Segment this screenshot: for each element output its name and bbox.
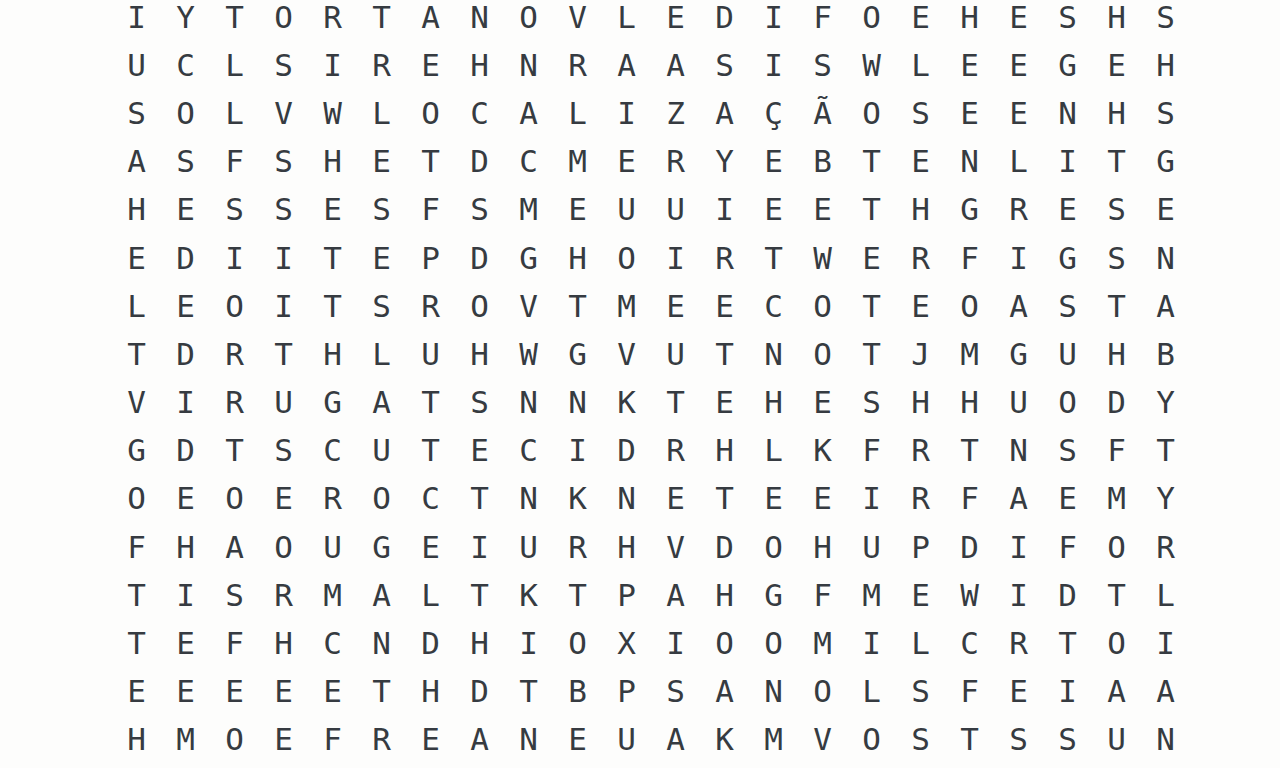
grid-cell[interactable]: O — [749, 523, 798, 571]
grid-cell[interactable]: E — [112, 234, 161, 282]
grid-cell[interactable]: B — [1141, 330, 1190, 378]
grid-cell[interactable]: S — [259, 41, 308, 89]
grid-cell[interactable]: S — [210, 186, 259, 234]
grid-cell[interactable]: N — [504, 716, 553, 764]
grid-cell[interactable]: A — [994, 282, 1043, 330]
grid-cell[interactable]: H — [1092, 330, 1141, 378]
grid-cell[interactable]: H — [896, 379, 945, 427]
grid-cell[interactable]: O — [1092, 523, 1141, 571]
grid-cell[interactable]: U — [602, 716, 651, 764]
grid-cell[interactable]: D — [455, 668, 504, 716]
grid-cell[interactable]: A — [1141, 668, 1190, 716]
grid-cell[interactable]: R — [994, 619, 1043, 667]
grid-cell[interactable]: T — [308, 282, 357, 330]
grid-cell[interactable]: H — [455, 41, 504, 89]
grid-cell[interactable]: D — [945, 523, 994, 571]
grid-cell[interactable]: S — [700, 41, 749, 89]
grid-cell[interactable]: O — [210, 716, 259, 764]
grid-cell[interactable]: E — [945, 89, 994, 137]
grid-cell[interactable]: D — [1043, 571, 1092, 619]
grid-cell[interactable]: D — [700, 523, 749, 571]
grid-cell[interactable]: N — [357, 619, 406, 667]
grid-cell[interactable]: E — [1141, 186, 1190, 234]
grid-cell[interactable]: S — [1043, 427, 1092, 475]
grid-cell[interactable]: E — [161, 282, 210, 330]
grid-cell[interactable]: G — [749, 571, 798, 619]
grid-cell[interactable]: A — [406, 0, 455, 41]
grid-cell[interactable]: T — [357, 668, 406, 716]
grid-cell[interactable]: G — [1141, 138, 1190, 186]
grid-cell[interactable]: N — [945, 138, 994, 186]
grid-cell[interactable]: L — [602, 0, 651, 41]
grid-cell[interactable]: T — [749, 234, 798, 282]
grid-cell[interactable]: S — [994, 716, 1043, 764]
grid-cell[interactable]: F — [406, 186, 455, 234]
grid-cell[interactable]: N — [602, 475, 651, 523]
grid-cell[interactable]: E — [749, 138, 798, 186]
grid-cell[interactable]: W — [798, 234, 847, 282]
grid-cell[interactable]: R — [994, 186, 1043, 234]
grid-cell[interactable]: L — [749, 427, 798, 475]
grid-cell[interactable]: S — [455, 379, 504, 427]
grid-cell[interactable]: F — [1043, 523, 1092, 571]
grid-cell[interactable]: U — [504, 523, 553, 571]
grid-cell[interactable]: H — [602, 523, 651, 571]
grid-cell[interactable]: E — [1043, 475, 1092, 523]
grid-cell[interactable]: I — [1043, 668, 1092, 716]
grid-cell[interactable]: O — [259, 0, 308, 41]
grid-cell[interactable]: O — [847, 716, 896, 764]
grid-cell[interactable]: T — [847, 138, 896, 186]
grid-cell[interactable]: G — [945, 186, 994, 234]
grid-cell[interactable]: I — [994, 523, 1043, 571]
grid-cell[interactable]: R — [700, 234, 749, 282]
grid-cell[interactable]: D — [1092, 379, 1141, 427]
grid-cell[interactable]: S — [1043, 716, 1092, 764]
grid-cell[interactable]: T — [406, 427, 455, 475]
grid-cell[interactable]: O — [945, 282, 994, 330]
grid-cell[interactable]: I — [259, 282, 308, 330]
grid-cell[interactable]: E — [112, 668, 161, 716]
grid-cell[interactable]: F — [112, 523, 161, 571]
grid-cell[interactable]: S — [455, 186, 504, 234]
grid-cell[interactable]: H — [798, 523, 847, 571]
grid-cell[interactable]: L — [112, 282, 161, 330]
grid-cell[interactable]: A — [210, 523, 259, 571]
grid-cell[interactable]: N — [504, 475, 553, 523]
grid-cell[interactable]: C — [308, 619, 357, 667]
grid-cell[interactable]: R — [651, 427, 700, 475]
grid-cell[interactable]: S — [1092, 186, 1141, 234]
grid-cell[interactable]: S — [161, 138, 210, 186]
grid-cell[interactable]: T — [847, 186, 896, 234]
grid-cell[interactable]: E — [455, 427, 504, 475]
grid-cell[interactable]: S — [896, 668, 945, 716]
grid-cell[interactable]: S — [259, 427, 308, 475]
grid-cell[interactable]: S — [1043, 282, 1092, 330]
grid-cell[interactable]: T — [308, 234, 357, 282]
grid-cell[interactable]: Y — [161, 0, 210, 41]
grid-cell[interactable]: E — [651, 282, 700, 330]
grid-cell[interactable]: M — [308, 571, 357, 619]
grid-cell[interactable]: L — [896, 41, 945, 89]
grid-cell[interactable]: V — [504, 282, 553, 330]
grid-cell[interactable]: Y — [1141, 379, 1190, 427]
grid-cell[interactable]: R — [308, 0, 357, 41]
grid-cell[interactable]: U — [847, 523, 896, 571]
grid-cell[interactable]: O — [847, 89, 896, 137]
grid-cell[interactable]: S — [357, 282, 406, 330]
grid-cell[interactable]: G — [1043, 234, 1092, 282]
grid-cell[interactable]: G — [1043, 41, 1092, 89]
grid-cell[interactable]: I — [847, 475, 896, 523]
grid-cell[interactable]: M — [553, 138, 602, 186]
grid-cell[interactable]: O — [798, 282, 847, 330]
grid-cell[interactable]: I — [210, 234, 259, 282]
grid-cell[interactable]: V — [798, 716, 847, 764]
grid-cell[interactable]: T — [357, 0, 406, 41]
grid-cell[interactable]: C — [945, 619, 994, 667]
grid-cell[interactable]: E — [700, 282, 749, 330]
grid-cell[interactable]: E — [994, 668, 1043, 716]
grid-cell[interactable]: O — [504, 0, 553, 41]
grid-cell[interactable]: F — [210, 138, 259, 186]
grid-cell[interactable]: T — [406, 379, 455, 427]
grid-cell[interactable]: M — [945, 330, 994, 378]
grid-cell[interactable]: W — [504, 330, 553, 378]
grid-cell[interactable]: S — [847, 379, 896, 427]
grid-cell[interactable]: D — [700, 0, 749, 41]
grid-cell[interactable]: X — [602, 619, 651, 667]
grid-cell[interactable]: A — [994, 475, 1043, 523]
grid-cell[interactable]: I — [994, 571, 1043, 619]
grid-cell[interactable]: G — [504, 234, 553, 282]
grid-cell[interactable]: E — [798, 379, 847, 427]
grid-cell[interactable]: E — [749, 186, 798, 234]
grid-cell[interactable]: R — [896, 475, 945, 523]
grid-cell[interactable]: O — [455, 282, 504, 330]
grid-cell[interactable]: E — [994, 0, 1043, 41]
grid-cell[interactable]: T — [406, 138, 455, 186]
grid-cell[interactable]: L — [896, 619, 945, 667]
grid-cell[interactable]: T — [847, 282, 896, 330]
grid-cell[interactable]: E — [259, 668, 308, 716]
grid-cell[interactable]: T — [259, 330, 308, 378]
grid-cell[interactable]: E — [896, 138, 945, 186]
grid-cell[interactable]: R — [896, 234, 945, 282]
grid-cell[interactable]: T — [553, 571, 602, 619]
grid-cell[interactable]: T — [455, 571, 504, 619]
grid-cell[interactable]: T — [112, 571, 161, 619]
grid-cell[interactable]: O — [1043, 379, 1092, 427]
grid-cell[interactable]: M — [798, 619, 847, 667]
grid-cell[interactable]: S — [896, 89, 945, 137]
grid-cell[interactable]: T — [1092, 571, 1141, 619]
grid-cell[interactable]: R — [1141, 523, 1190, 571]
grid-cell[interactable]: E — [406, 716, 455, 764]
grid-cell[interactable]: H — [1092, 0, 1141, 41]
grid-cell[interactable]: M — [504, 186, 553, 234]
grid-cell[interactable]: O — [259, 523, 308, 571]
grid-cell[interactable]: N — [504, 41, 553, 89]
grid-cell[interactable]: O — [847, 0, 896, 41]
grid-cell[interactable]: E — [406, 523, 455, 571]
grid-cell[interactable]: H — [553, 234, 602, 282]
grid-cell[interactable]: U — [651, 330, 700, 378]
grid-cell[interactable]: Ã — [798, 89, 847, 137]
grid-cell[interactable]: R — [896, 427, 945, 475]
grid-cell[interactable]: U — [1043, 330, 1092, 378]
grid-cell[interactable]: S — [259, 186, 308, 234]
grid-cell[interactable]: E — [553, 716, 602, 764]
grid-cell[interactable]: T — [1043, 619, 1092, 667]
grid-cell[interactable]: E — [308, 668, 357, 716]
grid-cell[interactable]: H — [455, 619, 504, 667]
grid-cell[interactable]: E — [259, 716, 308, 764]
grid-cell[interactable]: O — [406, 89, 455, 137]
grid-cell[interactable]: A — [357, 571, 406, 619]
grid-cell[interactable]: O — [357, 475, 406, 523]
grid-cell[interactable]: T — [1141, 427, 1190, 475]
grid-cell[interactable]: H — [1141, 41, 1190, 89]
grid-cell[interactable]: C — [504, 427, 553, 475]
grid-cell[interactable]: I — [1043, 138, 1092, 186]
grid-cell[interactable]: T — [504, 668, 553, 716]
grid-cell[interactable]: I — [504, 619, 553, 667]
grid-cell[interactable]: E — [749, 475, 798, 523]
grid-cell[interactable]: O — [749, 619, 798, 667]
grid-cell[interactable]: R — [210, 330, 259, 378]
grid-cell[interactable]: E — [357, 234, 406, 282]
grid-cell[interactable]: G — [994, 330, 1043, 378]
grid-cell[interactable]: P — [406, 234, 455, 282]
grid-cell[interactable]: R — [210, 379, 259, 427]
grid-cell[interactable]: M — [1092, 475, 1141, 523]
grid-cell[interactable]: U — [602, 186, 651, 234]
grid-cell[interactable]: L — [847, 668, 896, 716]
grid-cell[interactable]: L — [553, 89, 602, 137]
grid-cell[interactable]: U — [406, 330, 455, 378]
grid-cell[interactable]: R — [553, 523, 602, 571]
grid-cell[interactable]: S — [112, 89, 161, 137]
grid-cell[interactable]: P — [602, 571, 651, 619]
grid-cell[interactable]: V — [602, 330, 651, 378]
grid-cell[interactable]: T — [455, 475, 504, 523]
grid-cell[interactable]: O — [602, 234, 651, 282]
grid-cell[interactable]: U — [357, 427, 406, 475]
grid-cell[interactable]: N — [994, 427, 1043, 475]
grid-cell[interactable]: A — [1092, 668, 1141, 716]
grid-cell[interactable]: E — [406, 41, 455, 89]
grid-cell[interactable]: N — [1141, 716, 1190, 764]
grid-cell[interactable]: E — [798, 475, 847, 523]
grid-cell[interactable]: H — [308, 330, 357, 378]
grid-cell[interactable]: T — [847, 330, 896, 378]
grid-cell[interactable]: O — [1092, 619, 1141, 667]
grid-cell[interactable]: I — [651, 234, 700, 282]
grid-cell[interactable]: A — [602, 41, 651, 89]
grid-cell[interactable]: F — [308, 716, 357, 764]
grid-cell[interactable]: H — [259, 619, 308, 667]
grid-cell[interactable]: E — [1092, 41, 1141, 89]
grid-cell[interactable]: I — [161, 379, 210, 427]
grid-cell[interactable]: H — [455, 330, 504, 378]
grid-cell[interactable]: E — [945, 41, 994, 89]
grid-cell[interactable]: N — [504, 379, 553, 427]
grid-cell[interactable]: S — [1043, 0, 1092, 41]
grid-cell[interactable]: C — [749, 282, 798, 330]
grid-cell[interactable]: O — [161, 89, 210, 137]
grid-cell[interactable]: T — [700, 475, 749, 523]
grid-cell[interactable]: B — [798, 138, 847, 186]
grid-cell[interactable]: N — [1043, 89, 1092, 137]
grid-cell[interactable]: I — [847, 619, 896, 667]
grid-cell[interactable]: E — [161, 619, 210, 667]
grid-cell[interactable]: K — [700, 716, 749, 764]
grid-cell[interactable]: S — [259, 138, 308, 186]
grid-cell[interactable]: T — [1092, 282, 1141, 330]
grid-cell[interactable]: O — [798, 668, 847, 716]
grid-cell[interactable]: C — [406, 475, 455, 523]
grid-cell[interactable]: C — [161, 41, 210, 89]
grid-cell[interactable]: F — [798, 0, 847, 41]
grid-cell[interactable]: H — [896, 186, 945, 234]
grid-cell[interactable]: T — [1092, 138, 1141, 186]
grid-cell[interactable]: V — [651, 523, 700, 571]
grid-cell[interactable]: H — [161, 523, 210, 571]
grid-cell[interactable]: I — [994, 234, 1043, 282]
grid-cell[interactable]: T — [210, 0, 259, 41]
grid-cell[interactable]: D — [161, 234, 210, 282]
grid-cell[interactable]: A — [700, 89, 749, 137]
grid-cell[interactable]: V — [259, 89, 308, 137]
grid-cell[interactable]: A — [357, 379, 406, 427]
grid-cell[interactable]: C — [504, 138, 553, 186]
grid-cell[interactable]: H — [112, 186, 161, 234]
grid-cell[interactable]: S — [357, 186, 406, 234]
grid-cell[interactable]: E — [357, 138, 406, 186]
grid-cell[interactable]: O — [112, 475, 161, 523]
grid-cell[interactable]: A — [700, 668, 749, 716]
grid-cell[interactable]: M — [161, 716, 210, 764]
grid-cell[interactable]: S — [210, 571, 259, 619]
grid-cell[interactable]: D — [602, 427, 651, 475]
grid-cell[interactable]: H — [406, 668, 455, 716]
grid-cell[interactable]: T — [651, 379, 700, 427]
grid-cell[interactable]: T — [945, 427, 994, 475]
grid-cell[interactable]: S — [798, 41, 847, 89]
grid-cell[interactable]: F — [847, 427, 896, 475]
grid-cell[interactable]: E — [896, 282, 945, 330]
grid-cell[interactable]: N — [553, 379, 602, 427]
grid-cell[interactable]: E — [798, 186, 847, 234]
grid-cell[interactable]: L — [406, 571, 455, 619]
grid-cell[interactable]: A — [651, 716, 700, 764]
grid-cell[interactable]: A — [112, 138, 161, 186]
grid-cell[interactable]: U — [112, 41, 161, 89]
grid-cell[interactable]: V — [553, 0, 602, 41]
grid-cell[interactable]: K — [798, 427, 847, 475]
grid-cell[interactable]: D — [161, 427, 210, 475]
grid-cell[interactable]: O — [700, 619, 749, 667]
grid-cell[interactable]: E — [161, 186, 210, 234]
grid-cell[interactable]: Y — [700, 138, 749, 186]
grid-cell[interactable]: R — [553, 41, 602, 89]
grid-cell[interactable]: E — [553, 186, 602, 234]
grid-cell[interactable]: U — [1092, 716, 1141, 764]
grid-cell[interactable]: M — [847, 571, 896, 619]
grid-cell[interactable]: T — [553, 282, 602, 330]
grid-cell[interactable]: O — [210, 475, 259, 523]
grid-cell[interactable]: L — [357, 330, 406, 378]
grid-cell[interactable]: H — [700, 427, 749, 475]
grid-cell[interactable]: E — [1043, 186, 1092, 234]
grid-cell[interactable]: I — [1141, 619, 1190, 667]
grid-cell[interactable]: E — [994, 41, 1043, 89]
grid-cell[interactable]: F — [945, 234, 994, 282]
grid-cell[interactable]: Z — [651, 89, 700, 137]
grid-cell[interactable]: P — [896, 523, 945, 571]
grid-cell[interactable]: I — [161, 571, 210, 619]
grid-cell[interactable]: E — [651, 0, 700, 41]
grid-cell[interactable]: E — [161, 475, 210, 523]
grid-cell[interactable]: E — [210, 668, 259, 716]
grid-cell[interactable]: I — [602, 89, 651, 137]
grid-cell[interactable]: N — [749, 330, 798, 378]
grid-cell[interactable]: L — [210, 41, 259, 89]
grid-cell[interactable]: S — [1141, 0, 1190, 41]
grid-cell[interactable]: F — [1092, 427, 1141, 475]
grid-cell[interactable]: N — [749, 668, 798, 716]
grid-cell[interactable]: F — [798, 571, 847, 619]
grid-cell[interactable]: L — [357, 89, 406, 137]
grid-cell[interactable]: M — [602, 282, 651, 330]
grid-cell[interactable]: F — [945, 668, 994, 716]
grid-cell[interactable]: W — [308, 89, 357, 137]
grid-cell[interactable]: J — [896, 330, 945, 378]
grid-cell[interactable]: P — [602, 668, 651, 716]
grid-cell[interactable]: S — [1141, 89, 1190, 137]
grid-cell[interactable]: G — [357, 523, 406, 571]
grid-cell[interactable]: I — [700, 186, 749, 234]
grid-cell[interactable]: E — [308, 186, 357, 234]
grid-cell[interactable]: K — [504, 571, 553, 619]
grid-cell[interactable]: R — [651, 138, 700, 186]
grid-cell[interactable]: E — [896, 0, 945, 41]
grid-cell[interactable]: C — [455, 89, 504, 137]
grid-cell[interactable]: H — [945, 379, 994, 427]
grid-cell[interactable]: W — [847, 41, 896, 89]
grid-cell[interactable]: A — [1141, 282, 1190, 330]
grid-cell[interactable]: K — [602, 379, 651, 427]
grid-cell[interactable]: K — [553, 475, 602, 523]
grid-cell[interactable]: U — [259, 379, 308, 427]
grid-cell[interactable]: D — [406, 619, 455, 667]
grid-cell[interactable]: H — [1092, 89, 1141, 137]
grid-cell[interactable]: R — [357, 716, 406, 764]
grid-cell[interactable]: G — [112, 427, 161, 475]
grid-cell[interactable]: M — [749, 716, 798, 764]
grid-cell[interactable]: S — [1092, 234, 1141, 282]
grid-cell[interactable]: E — [896, 571, 945, 619]
grid-cell[interactable]: R — [406, 282, 455, 330]
grid-cell[interactable]: E — [259, 475, 308, 523]
grid-cell[interactable]: E — [651, 475, 700, 523]
grid-cell[interactable]: H — [749, 379, 798, 427]
grid-cell[interactable]: H — [700, 571, 749, 619]
grid-cell[interactable]: S — [896, 716, 945, 764]
grid-cell[interactable]: I — [259, 234, 308, 282]
